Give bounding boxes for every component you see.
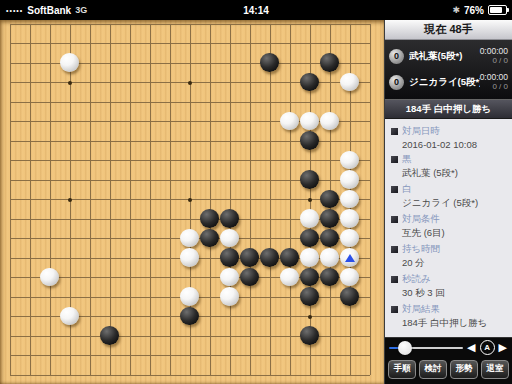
info-item: 秒読み30 秒 3 回 [391,273,506,300]
bullet-icon [391,276,398,283]
info-item: 対局日時2016-01-02 10:08 [391,125,506,150]
battery-icon [488,5,507,15]
hoshi-point [68,198,72,202]
info-item: 白ジニカライ (5段*) [391,183,506,210]
white-stone [320,112,339,131]
black-stone [280,248,299,267]
black-stone [300,268,319,287]
grid-line-horizontal [10,375,370,376]
white-stone [220,268,239,287]
black-stone [300,229,319,248]
black-stone [300,170,319,189]
player-times: 0:00:000 / 0 [480,47,508,66]
black-stone [220,248,239,267]
info-value: ジニカライ (5段*) [402,197,506,210]
info-label: 黒 [402,153,412,166]
black-stone [180,307,199,326]
white-stone [220,229,239,248]
hoshi-point [188,81,192,85]
player-times: 0:00:000 / 0 [480,73,508,92]
info-item: 対局結果184手 白中押し勝ち [391,303,506,330]
grid-line-horizontal [10,355,370,356]
nav-row: ◀ A ▶ [385,338,512,358]
playback-controls: ◀ A ▶ 手順検討形勢退室 [385,337,512,384]
battery-percent-label: 76% [464,5,484,16]
white-stone [300,248,319,267]
info-value: 2016-01-02 10:08 [402,139,506,150]
white-stone [340,151,359,170]
go-app-window: ••••• SoftBank 3G 14:14 ✱ 76% 現在 48手 0武礼… [0,0,512,384]
white-stone [340,209,359,228]
current-move-header: 現在 48手 [385,20,512,40]
autoplay-button[interactable]: A [480,340,495,355]
black-stone [200,209,219,228]
status-bar: ••••• SoftBank 3G 14:14 ✱ 76% [0,0,512,20]
bullet-icon [391,216,398,223]
status-right: ✱ 76% [452,0,507,20]
capture-count-badge: 0 [389,75,404,90]
white-stone [280,268,299,287]
info-label-row: 対局条件 [391,213,506,226]
hoshi-point [68,81,72,85]
white-stone [280,112,299,131]
grid-line-vertical [250,24,251,375]
black-stone [240,268,259,287]
black-stone [300,287,319,306]
white-stone [340,190,359,209]
bullet-icon [391,156,398,163]
action-button-検討[interactable]: 検討 [419,360,447,379]
white-stone [180,287,199,306]
info-item: 対局条件互先 (6目) [391,213,506,240]
grid-line-vertical [270,24,271,375]
white-stone [40,268,59,287]
capture-count-badge: 0 [389,49,404,64]
info-item: 黒武礼葉 (5段*) [391,153,506,180]
slider-knob[interactable] [398,341,412,355]
player-name: ジニカライ(5段*) [409,76,480,89]
action-buttons-row: 手順検討形勢退室 [385,358,512,384]
info-label: 対局条件 [402,213,440,226]
result-header: 184手 白中押し勝ち [385,99,512,119]
info-label: 秒読み [402,273,431,286]
info-value: 30 秒 3 回 [402,287,506,300]
clock-label: 14:14 [0,5,512,16]
info-item: 持ち時間20 分 [391,243,506,270]
next-move-button[interactable]: ▶ [498,342,508,353]
player-byoyomi-count: 0 / 0 [480,56,508,65]
black-stone [260,53,279,72]
bluetooth-icon: ✱ [452,5,460,15]
info-label: 対局結果 [402,303,440,316]
player-name: 武礼葉(5段*) [409,50,480,63]
grid-line-vertical [210,24,211,375]
player-main-time: 0:00:00 [480,47,508,57]
bullet-icon [391,306,398,313]
white-stone [340,229,359,248]
grid-line-vertical [230,24,231,375]
info-label-row: 持ち時間 [391,243,506,256]
white-stone [340,268,359,287]
white-stone [60,53,79,72]
info-value: 武礼葉 (5段*) [402,167,506,180]
white-stone [340,170,359,189]
black-stone [340,287,359,306]
player-row-black: 0武礼葉(5段*)0:00:000 / 0 [389,43,508,69]
hoshi-point [308,315,312,319]
black-stone [320,209,339,228]
black-stone [320,229,339,248]
bullet-icon [391,128,398,135]
black-stone [220,209,239,228]
players-panel: 0武礼葉(5段*)0:00:000 / 00ジニカライ(5段*)0:00:000… [385,40,512,99]
black-stone [200,229,219,248]
info-label-row: 秒読み [391,273,506,286]
white-stone [180,248,199,267]
info-label-row: 黒 [391,153,506,166]
last-move-marker [345,254,355,262]
bullet-icon [391,246,398,253]
player-row-white: 0ジニカライ(5段*)0:00:000 / 0 [389,69,508,95]
action-button-退室[interactable]: 退室 [481,360,509,379]
white-stone [320,248,339,267]
player-main-time: 0:00:00 [480,73,508,83]
white-stone [220,287,239,306]
hoshi-point [188,198,192,202]
bullet-icon [391,186,398,193]
black-stone [240,248,259,267]
player-byoyomi-count: 0 / 0 [480,82,508,91]
info-value: 184手 白中押し勝ち [402,317,506,330]
action-button-手順[interactable]: 手順 [388,360,416,379]
action-button-形勢[interactable]: 形勢 [450,360,478,379]
black-stone [320,53,339,72]
info-label-row: 白 [391,183,506,196]
info-label: 白 [402,183,412,196]
move-slider[interactable] [389,341,463,355]
black-stone [320,190,339,209]
grid-line-vertical [370,24,371,375]
black-stone [260,248,279,267]
white-stone [300,209,319,228]
info-label: 持ち時間 [402,243,440,256]
white-stone [60,307,79,326]
black-stone [100,326,119,345]
info-label-row: 対局日時 [391,125,506,138]
game-info-sidebar: 現在 48手 0武礼葉(5段*)0:00:000 / 00ジニカライ(5段*)0… [384,20,512,384]
grid-line-vertical [290,24,291,375]
go-board[interactable] [0,20,384,384]
white-stone [180,229,199,248]
info-value: 互先 (6目) [402,227,506,240]
hoshi-point [308,198,312,202]
white-stone [340,73,359,92]
black-stone [300,73,319,92]
info-label-row: 対局結果 [391,303,506,316]
black-stone [300,131,319,150]
black-stone [320,268,339,287]
black-stone [300,326,319,345]
info-value: 20 分 [402,257,506,270]
white-stone [300,112,319,131]
prev-move-button[interactable]: ◀ [466,342,476,353]
game-info-list: 対局日時2016-01-02 10:08黒武礼葉 (5段*)白ジニカライ (5段… [385,119,512,337]
info-label: 対局日時 [402,125,440,138]
